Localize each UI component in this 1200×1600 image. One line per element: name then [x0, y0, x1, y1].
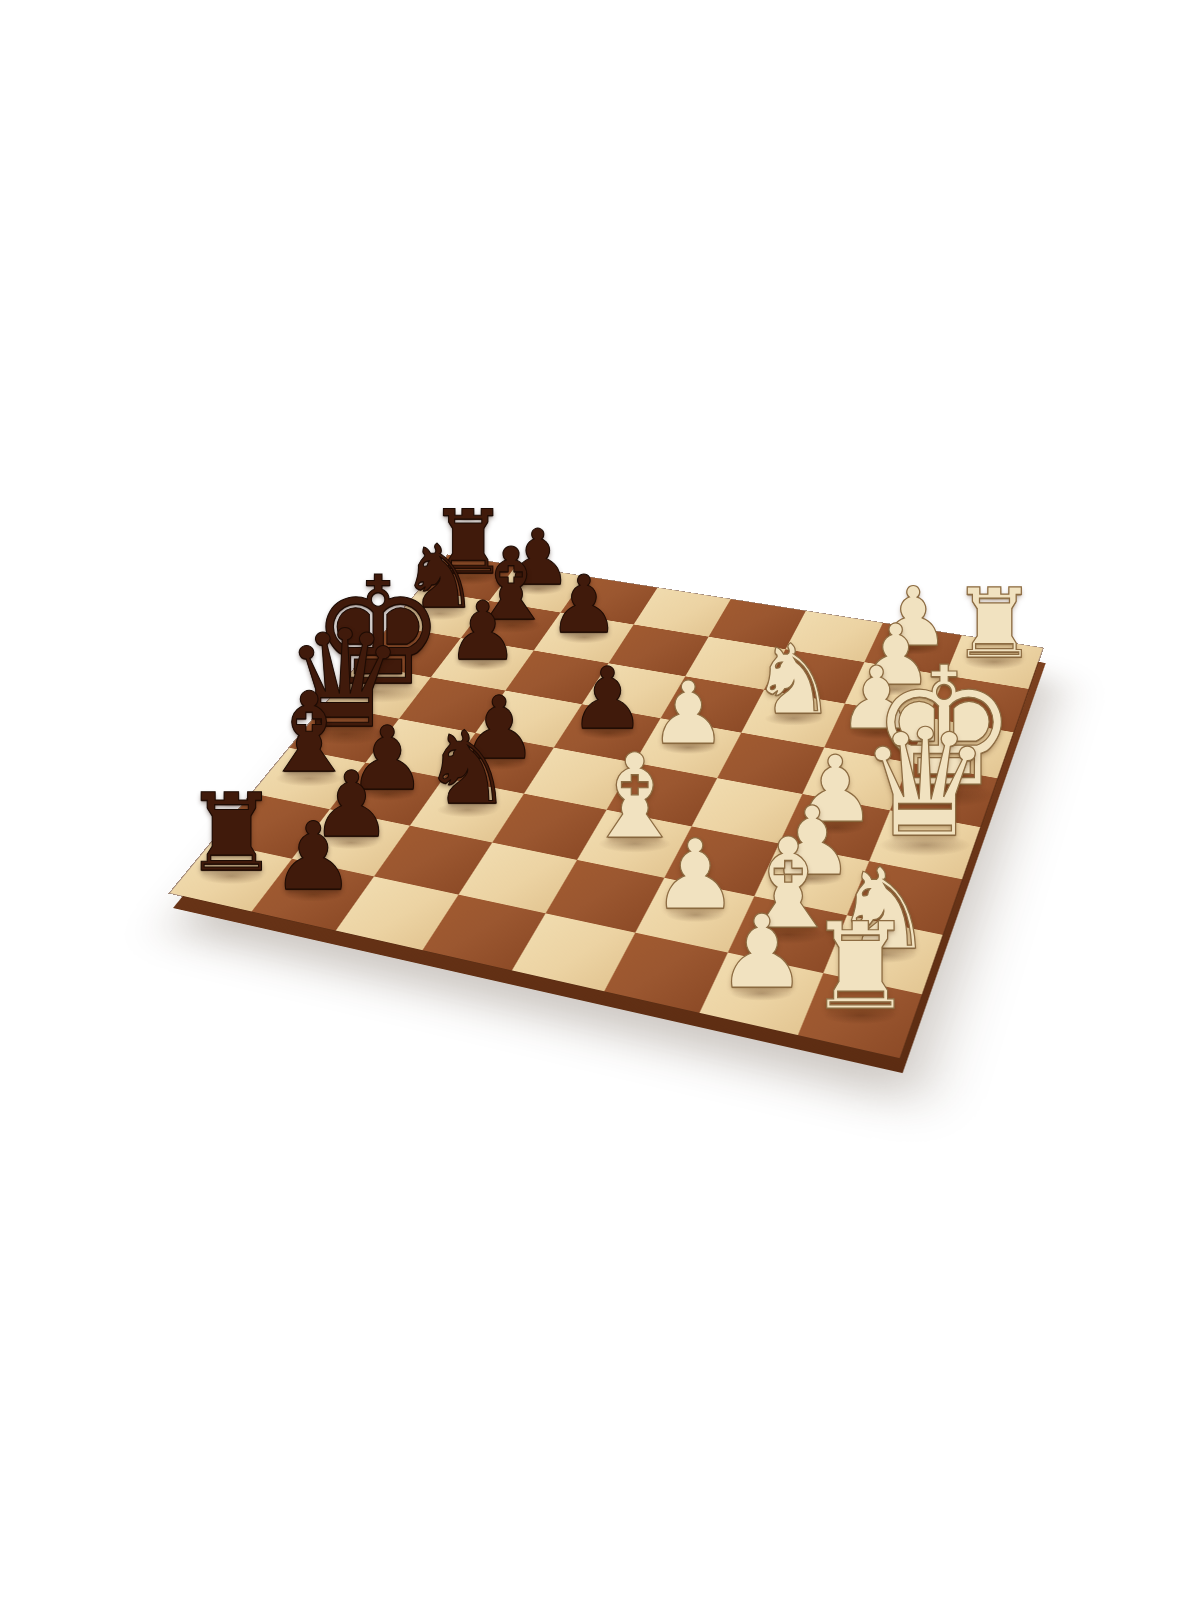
photo-page: ♜♝♛♚♞♜♟♟♟♟♝♟♞♟♟♟♝♟♟♞♟♝♟♟♟♟♟♜♞♛♚♜	[0, 0, 1200, 1600]
chess-board[interactable]	[170, 555, 1043, 1058]
